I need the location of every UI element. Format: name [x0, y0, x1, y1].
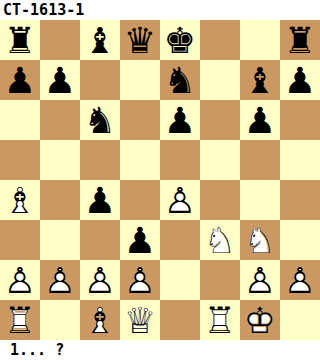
piece-black-bishop[interactable]: ♝: [240, 60, 280, 100]
black-piece-glyph: ♞: [160, 60, 200, 100]
white-piece-fill-layer: ♞: [240, 220, 280, 260]
piece-white-pawn[interactable]: ♟♙: [40, 260, 80, 300]
white-piece-outline-layer: ♔: [240, 300, 280, 340]
piece-white-pawn[interactable]: ♟♙: [240, 260, 280, 300]
square-h6[interactable]: [280, 100, 320, 140]
piece-white-knight[interactable]: ♞♘: [240, 220, 280, 260]
square-a4[interactable]: ♝♗: [0, 180, 40, 220]
white-piece-outline-layer: ♖: [0, 300, 40, 340]
piece-black-bishop[interactable]: ♝: [80, 20, 120, 60]
piece-white-rook[interactable]: ♜♖: [0, 300, 40, 340]
white-piece-fill-layer: ♜: [200, 300, 240, 340]
piece-black-rook[interactable]: ♜: [280, 20, 320, 60]
square-c8[interactable]: ♝: [80, 20, 120, 60]
white-piece-fill-layer: ♟: [40, 260, 80, 300]
square-e1[interactable]: [160, 300, 200, 340]
page-title: CT-1613-1: [0, 0, 320, 20]
black-piece-glyph: ♟: [80, 180, 120, 220]
square-a6[interactable]: [0, 100, 40, 140]
square-h2[interactable]: ♟♙: [280, 260, 320, 300]
black-piece-glyph: ♟: [120, 220, 160, 260]
square-a8[interactable]: ♜: [0, 20, 40, 60]
black-piece-glyph: ♜: [280, 20, 320, 60]
piece-black-pawn[interactable]: ♟: [160, 100, 200, 140]
white-piece-outline-layer: ♙: [280, 260, 320, 300]
piece-black-pawn[interactable]: ♟: [40, 60, 80, 100]
square-f2[interactable]: [200, 260, 240, 300]
white-piece-fill-layer: ♛: [120, 300, 160, 340]
square-c2[interactable]: ♟♙: [80, 260, 120, 300]
square-h8[interactable]: ♜: [280, 20, 320, 60]
white-piece-outline-layer: ♘: [200, 220, 240, 260]
piece-white-pawn[interactable]: ♟♙: [80, 260, 120, 300]
white-piece-outline-layer: ♗: [80, 300, 120, 340]
black-piece-glyph: ♞: [80, 100, 120, 140]
white-piece-outline-layer: ♙: [160, 180, 200, 220]
square-g1[interactable]: ♚♔: [240, 300, 280, 340]
square-g5[interactable]: [240, 140, 280, 180]
black-piece-glyph: ♟: [0, 60, 40, 100]
white-piece-fill-layer: ♟: [80, 260, 120, 300]
piece-white-pawn[interactable]: ♟♙: [120, 260, 160, 300]
square-e3[interactable]: [160, 220, 200, 260]
square-a5[interactable]: [0, 140, 40, 180]
square-d2[interactable]: ♟♙: [120, 260, 160, 300]
black-piece-glyph: ♜: [0, 20, 40, 60]
square-e5[interactable]: [160, 140, 200, 180]
square-g7[interactable]: ♝: [240, 60, 280, 100]
piece-white-bishop[interactable]: ♝♗: [80, 300, 120, 340]
piece-black-pawn[interactable]: ♟: [120, 220, 160, 260]
piece-white-pawn[interactable]: ♟♙: [160, 180, 200, 220]
piece-white-queen[interactable]: ♛♕: [120, 300, 160, 340]
square-f5[interactable]: [200, 140, 240, 180]
square-g4[interactable]: [240, 180, 280, 220]
piece-black-pawn[interactable]: ♟: [240, 100, 280, 140]
piece-white-rook[interactable]: ♜♖: [200, 300, 240, 340]
white-piece-outline-layer: ♖: [200, 300, 240, 340]
piece-black-knight[interactable]: ♞: [80, 100, 120, 140]
black-piece-glyph: ♟: [280, 60, 320, 100]
piece-black-king[interactable]: ♚: [160, 20, 200, 60]
piece-black-pawn[interactable]: ♟: [280, 60, 320, 100]
white-piece-outline-layer: ♕: [120, 300, 160, 340]
square-g6[interactable]: ♟: [240, 100, 280, 140]
square-d5[interactable]: [120, 140, 160, 180]
white-piece-fill-layer: ♝: [0, 180, 40, 220]
square-b8[interactable]: [40, 20, 80, 60]
piece-black-knight[interactable]: ♞: [160, 60, 200, 100]
white-piece-fill-layer: ♚: [240, 300, 280, 340]
square-e8[interactable]: ♚: [160, 20, 200, 60]
piece-black-pawn[interactable]: ♟: [0, 60, 40, 100]
square-f6[interactable]: [200, 100, 240, 140]
piece-white-king[interactable]: ♚♔: [240, 300, 280, 340]
black-piece-glyph: ♛: [120, 20, 160, 60]
square-f4[interactable]: [200, 180, 240, 220]
piece-white-bishop[interactable]: ♝♗: [0, 180, 40, 220]
white-piece-fill-layer: ♟: [160, 180, 200, 220]
black-piece-glyph: ♟: [40, 60, 80, 100]
square-g3[interactable]: ♞♘: [240, 220, 280, 260]
piece-white-pawn[interactable]: ♟♙: [0, 260, 40, 300]
square-e2[interactable]: [160, 260, 200, 300]
square-b3[interactable]: [40, 220, 80, 260]
move-prompt: 1... ?: [0, 340, 320, 360]
white-piece-fill-layer: ♝: [80, 300, 120, 340]
black-piece-glyph: ♚: [160, 20, 200, 60]
square-a7[interactable]: ♟: [0, 60, 40, 100]
square-b2[interactable]: ♟♙: [40, 260, 80, 300]
piece-white-knight[interactable]: ♞♘: [200, 220, 240, 260]
piece-black-pawn[interactable]: ♟: [80, 180, 120, 220]
square-f3[interactable]: ♞♘: [200, 220, 240, 260]
white-piece-outline-layer: ♙: [120, 260, 160, 300]
square-h4[interactable]: [280, 180, 320, 220]
square-d6[interactable]: [120, 100, 160, 140]
square-f7[interactable]: [200, 60, 240, 100]
square-b5[interactable]: [40, 140, 80, 180]
square-e6[interactable]: ♟: [160, 100, 200, 140]
square-a2[interactable]: ♟♙: [0, 260, 40, 300]
chess-app-window: CT-1613-1 ♜♝♛♚♜♟♟♞♝♟♞♟♟♝♗♟♟♙♟♞♘♞♘♟♙♟♙♟♙♟…: [0, 0, 320, 360]
white-piece-outline-layer: ♙: [40, 260, 80, 300]
square-b1[interactable]: [40, 300, 80, 340]
square-d4[interactable]: [120, 180, 160, 220]
white-piece-fill-layer: ♟: [120, 260, 160, 300]
square-h1[interactable]: [280, 300, 320, 340]
piece-black-queen[interactable]: ♛: [120, 20, 160, 60]
square-f1[interactable]: ♜♖: [200, 300, 240, 340]
white-piece-outline-layer: ♗: [0, 180, 40, 220]
white-piece-outline-layer: ♙: [0, 260, 40, 300]
square-g8[interactable]: [240, 20, 280, 60]
white-piece-fill-layer: ♟: [240, 260, 280, 300]
white-piece-outline-layer: ♙: [80, 260, 120, 300]
square-c4[interactable]: ♟: [80, 180, 120, 220]
piece-black-rook[interactable]: ♜: [0, 20, 40, 60]
square-e4[interactable]: ♟♙: [160, 180, 200, 220]
black-piece-glyph: ♝: [240, 60, 280, 100]
square-h3[interactable]: [280, 220, 320, 260]
square-c7[interactable]: [80, 60, 120, 100]
square-b6[interactable]: [40, 100, 80, 140]
black-piece-glyph: ♟: [240, 100, 280, 140]
square-c1[interactable]: ♝♗: [80, 300, 120, 340]
black-piece-glyph: ♝: [80, 20, 120, 60]
square-h7[interactable]: ♟: [280, 60, 320, 100]
white-piece-outline-layer: ♙: [240, 260, 280, 300]
square-a1[interactable]: ♜♖: [0, 300, 40, 340]
square-d7[interactable]: [120, 60, 160, 100]
piece-white-pawn[interactable]: ♟♙: [280, 260, 320, 300]
square-b7[interactable]: ♟: [40, 60, 80, 100]
square-a3[interactable]: [0, 220, 40, 260]
square-c3[interactable]: [80, 220, 120, 260]
square-b4[interactable]: [40, 180, 80, 220]
square-f8[interactable]: [200, 20, 240, 60]
white-piece-fill-layer: ♞: [200, 220, 240, 260]
square-h5[interactable]: [280, 140, 320, 180]
square-c5[interactable]: [80, 140, 120, 180]
chess-board: ♜♝♛♚♜♟♟♞♝♟♞♟♟♝♗♟♟♙♟♞♘♞♘♟♙♟♙♟♙♟♙♟♙♟♙♜♖♝♗♛…: [0, 20, 320, 340]
white-piece-fill-layer: ♜: [0, 300, 40, 340]
square-d8[interactable]: ♛: [120, 20, 160, 60]
white-piece-fill-layer: ♟: [280, 260, 320, 300]
white-piece-fill-layer: ♟: [0, 260, 40, 300]
square-e7[interactable]: ♞: [160, 60, 200, 100]
square-d1[interactable]: ♛♕: [120, 300, 160, 340]
square-c6[interactable]: ♞: [80, 100, 120, 140]
square-d3[interactable]: ♟: [120, 220, 160, 260]
black-piece-glyph: ♟: [160, 100, 200, 140]
white-piece-outline-layer: ♘: [240, 220, 280, 260]
square-g2[interactable]: ♟♙: [240, 260, 280, 300]
